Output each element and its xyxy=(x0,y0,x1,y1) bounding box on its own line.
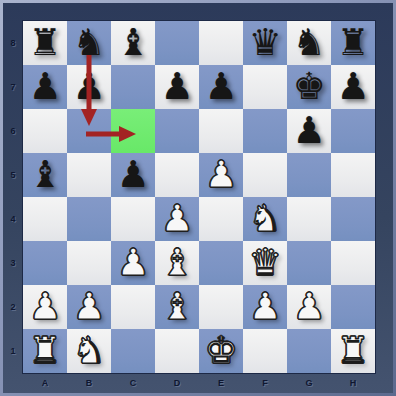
square-h5[interactable] xyxy=(331,153,375,197)
square-h4[interactable] xyxy=(331,197,375,241)
square-e7[interactable]: ♟ xyxy=(199,65,243,109)
square-g6[interactable]: ♟ xyxy=(287,109,331,153)
square-c5[interactable]: ♟ xyxy=(111,153,155,197)
square-b8[interactable]: ♞ xyxy=(67,21,111,65)
piece-black-knight[interactable]: ♞ xyxy=(67,21,111,65)
square-g2[interactable]: ♟ xyxy=(287,285,331,329)
piece-white-pawn[interactable]: ♟ xyxy=(199,153,243,197)
square-h8[interactable]: ♜ xyxy=(331,21,375,65)
square-a2[interactable]: ♟ xyxy=(23,285,67,329)
square-a8[interactable]: ♜ xyxy=(23,21,67,65)
square-g4[interactable] xyxy=(287,197,331,241)
piece-white-bishop[interactable]: ♝ xyxy=(155,285,199,329)
square-c2[interactable] xyxy=(111,285,155,329)
piece-black-pawn[interactable]: ♟ xyxy=(23,65,67,109)
square-a7[interactable]: ♟ xyxy=(23,65,67,109)
chess-board-widget: ♜♞♝♛♞♜♟♟♟♟♚♟♟♝♟♟♟♞♟♝♛♟♟♝♟♟♜♞♚♜ 87654321A… xyxy=(0,0,396,396)
square-e8[interactable] xyxy=(199,21,243,65)
piece-black-pawn[interactable]: ♟ xyxy=(199,65,243,109)
square-e4[interactable] xyxy=(199,197,243,241)
piece-white-king[interactable]: ♚ xyxy=(199,329,243,373)
square-e1[interactable]: ♚ xyxy=(199,329,243,373)
file-label-G: G xyxy=(287,373,331,393)
piece-white-pawn[interactable]: ♟ xyxy=(67,285,111,329)
square-a4[interactable] xyxy=(23,197,67,241)
square-d4[interactable]: ♟ xyxy=(155,197,199,241)
square-f5[interactable] xyxy=(243,153,287,197)
rank-label-5: 5 xyxy=(3,153,23,197)
board-frame: ♜♞♝♛♞♜♟♟♟♟♚♟♟♝♟♟♟♞♟♝♛♟♟♝♟♟♜♞♚♜ 87654321A… xyxy=(3,3,393,393)
square-h3[interactable] xyxy=(331,241,375,285)
square-d2[interactable]: ♝ xyxy=(155,285,199,329)
square-g8[interactable]: ♞ xyxy=(287,21,331,65)
square-e3[interactable] xyxy=(199,241,243,285)
square-c7[interactable] xyxy=(111,65,155,109)
rank-label-1: 1 xyxy=(3,329,23,373)
square-g3[interactable] xyxy=(287,241,331,285)
piece-black-rook[interactable]: ♜ xyxy=(331,21,375,65)
rank-label-4: 4 xyxy=(3,197,23,241)
piece-white-rook[interactable]: ♜ xyxy=(331,329,375,373)
file-label-C: C xyxy=(111,373,155,393)
square-b2[interactable]: ♟ xyxy=(67,285,111,329)
piece-black-pawn[interactable]: ♟ xyxy=(287,109,331,153)
piece-black-pawn[interactable]: ♟ xyxy=(331,65,375,109)
square-h1[interactable]: ♜ xyxy=(331,329,375,373)
square-d8[interactable] xyxy=(155,21,199,65)
piece-white-pawn[interactable]: ♟ xyxy=(23,285,67,329)
chess-board: ♜♞♝♛♞♜♟♟♟♟♚♟♟♝♟♟♟♞♟♝♛♟♟♝♟♟♜♞♚♜ xyxy=(23,21,375,373)
square-b1[interactable]: ♞ xyxy=(67,329,111,373)
piece-black-pawn[interactable]: ♟ xyxy=(67,65,111,109)
piece-white-knight[interactable]: ♞ xyxy=(67,329,111,373)
file-label-E: E xyxy=(199,373,243,393)
square-d7[interactable]: ♟ xyxy=(155,65,199,109)
square-f8[interactable]: ♛ xyxy=(243,21,287,65)
square-f3[interactable]: ♛ xyxy=(243,241,287,285)
piece-white-rook[interactable]: ♜ xyxy=(23,329,67,373)
piece-white-pawn[interactable]: ♟ xyxy=(243,285,287,329)
square-a3[interactable] xyxy=(23,241,67,285)
square-f7[interactable] xyxy=(243,65,287,109)
square-d5[interactable] xyxy=(155,153,199,197)
square-a5[interactable]: ♝ xyxy=(23,153,67,197)
file-label-B: B xyxy=(67,373,111,393)
piece-black-pawn[interactable]: ♟ xyxy=(155,65,199,109)
square-h7[interactable]: ♟ xyxy=(331,65,375,109)
piece-white-pawn[interactable]: ♟ xyxy=(155,197,199,241)
square-f2[interactable]: ♟ xyxy=(243,285,287,329)
rank-label-6: 6 xyxy=(3,109,23,153)
square-d3[interactable]: ♝ xyxy=(155,241,199,285)
square-e2[interactable] xyxy=(199,285,243,329)
square-b7[interactable]: ♟ xyxy=(67,65,111,109)
rank-label-2: 2 xyxy=(3,285,23,329)
piece-black-knight[interactable]: ♞ xyxy=(287,21,331,65)
square-g5[interactable] xyxy=(287,153,331,197)
piece-white-pawn[interactable]: ♟ xyxy=(287,285,331,329)
piece-black-bishop[interactable]: ♝ xyxy=(111,21,155,65)
square-c4[interactable] xyxy=(111,197,155,241)
square-b3[interactable] xyxy=(67,241,111,285)
square-d1[interactable] xyxy=(155,329,199,373)
piece-white-bishop[interactable]: ♝ xyxy=(155,241,199,285)
piece-white-knight[interactable]: ♞ xyxy=(243,197,287,241)
rank-label-7: 7 xyxy=(3,65,23,109)
square-e6[interactable] xyxy=(199,109,243,153)
piece-black-queen[interactable]: ♛ xyxy=(243,21,287,65)
rank-label-3: 3 xyxy=(3,241,23,285)
square-f4[interactable]: ♞ xyxy=(243,197,287,241)
piece-black-bishop[interactable]: ♝ xyxy=(23,153,67,197)
square-b4[interactable] xyxy=(67,197,111,241)
square-c1[interactable] xyxy=(111,329,155,373)
square-h6[interactable] xyxy=(331,109,375,153)
square-c6[interactable] xyxy=(111,109,155,153)
file-label-H: H xyxy=(331,373,375,393)
square-a6[interactable] xyxy=(23,109,67,153)
rank-label-8: 8 xyxy=(3,21,23,65)
square-c3[interactable]: ♟ xyxy=(111,241,155,285)
piece-black-rook[interactable]: ♜ xyxy=(23,21,67,65)
file-label-A: A xyxy=(23,373,67,393)
piece-black-pawn[interactable]: ♟ xyxy=(111,153,155,197)
square-g7[interactable]: ♚ xyxy=(287,65,331,109)
square-f1[interactable] xyxy=(243,329,287,373)
square-b5[interactable] xyxy=(67,153,111,197)
square-f6[interactable] xyxy=(243,109,287,153)
piece-white-queen[interactable]: ♛ xyxy=(243,241,287,285)
square-e5[interactable]: ♟ xyxy=(199,153,243,197)
square-b6[interactable] xyxy=(67,109,111,153)
square-c8[interactable]: ♝ xyxy=(111,21,155,65)
file-label-D: D xyxy=(155,373,199,393)
piece-white-pawn[interactable]: ♟ xyxy=(111,241,155,285)
square-a1[interactable]: ♜ xyxy=(23,329,67,373)
square-g1[interactable] xyxy=(287,329,331,373)
file-label-F: F xyxy=(243,373,287,393)
square-d6[interactable] xyxy=(155,109,199,153)
piece-black-king[interactable]: ♚ xyxy=(287,65,331,109)
square-h2[interactable] xyxy=(331,285,375,329)
